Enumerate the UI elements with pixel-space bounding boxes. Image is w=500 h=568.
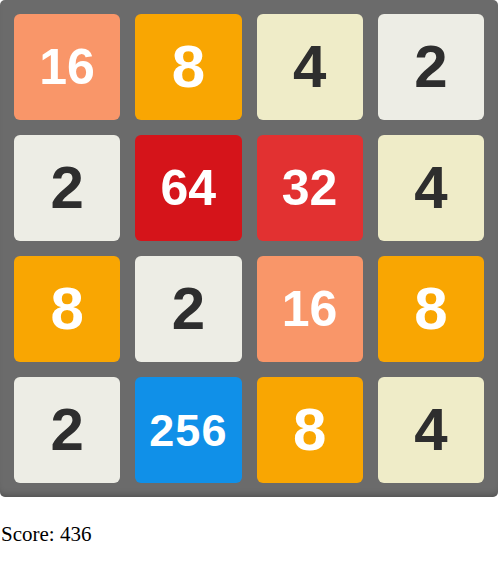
tile-r4c3-8: 8 bbox=[257, 377, 363, 483]
page: 1684226432482168225684 Score: 436 bbox=[0, 0, 500, 568]
tile-r4c1-2: 2 bbox=[14, 377, 120, 483]
tile-r2c2-64: 64 bbox=[135, 135, 241, 241]
tile-r4c4-4: 4 bbox=[378, 377, 484, 483]
tile-r3c1-8: 8 bbox=[14, 256, 120, 362]
tile-r1c2-8: 8 bbox=[135, 14, 241, 120]
tile-r2c3-32: 32 bbox=[257, 135, 363, 241]
tile-r1c4-2: 2 bbox=[378, 14, 484, 120]
tile-r3c2-2: 2 bbox=[135, 256, 241, 362]
tile-r3c3-16: 16 bbox=[257, 256, 363, 362]
tile-r1c1-16: 16 bbox=[14, 14, 120, 120]
tile-r2c1-2: 2 bbox=[14, 135, 120, 241]
tile-r1c3-4: 4 bbox=[257, 14, 363, 120]
game-board-2048[interactable]: 1684226432482168225684 bbox=[0, 0, 498, 497]
score-text: Score: 436 bbox=[1, 522, 91, 547]
tile-r4c2-256: 256 bbox=[135, 377, 241, 483]
tile-r2c4-4: 4 bbox=[378, 135, 484, 241]
score-value-text: Score: 436 bbox=[1, 522, 91, 546]
tile-r3c4-8: 8 bbox=[378, 256, 484, 362]
